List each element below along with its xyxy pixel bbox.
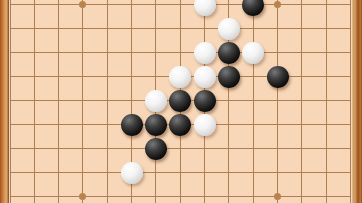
board-cell[interactable] xyxy=(168,89,192,113)
board-cell[interactable] xyxy=(46,161,70,185)
board-cell[interactable] xyxy=(217,0,241,17)
white-stone xyxy=(242,42,264,64)
star-point xyxy=(274,1,281,8)
board-cell[interactable] xyxy=(217,89,241,113)
black-stone xyxy=(267,66,289,88)
board-cell[interactable] xyxy=(314,113,338,137)
black-stone xyxy=(218,42,240,64)
board-cell[interactable] xyxy=(22,17,46,41)
board-cell[interactable] xyxy=(168,41,192,65)
board-cell[interactable] xyxy=(168,137,192,161)
board-cell[interactable] xyxy=(95,0,119,17)
board-cell[interactable] xyxy=(265,185,289,203)
board-cell[interactable] xyxy=(119,17,143,41)
board-cell[interactable] xyxy=(314,89,338,113)
black-stone xyxy=(145,114,167,136)
board-cell[interactable] xyxy=(265,17,289,41)
board-cell[interactable] xyxy=(95,65,119,89)
board-cell[interactable] xyxy=(265,113,289,137)
star-point xyxy=(79,1,86,8)
board-cell[interactable] xyxy=(22,0,46,17)
board-cell[interactable] xyxy=(290,65,314,89)
board-cell[interactable] xyxy=(22,89,46,113)
board-cell[interactable] xyxy=(22,41,46,65)
board-cell[interactable] xyxy=(314,17,338,41)
board-frame-right xyxy=(352,0,362,203)
board-cell[interactable] xyxy=(71,113,95,137)
board-grid xyxy=(0,0,362,203)
board-cell[interactable] xyxy=(217,161,241,185)
board-cell[interactable] xyxy=(95,17,119,41)
board-cell[interactable] xyxy=(119,185,143,203)
board-cell[interactable] xyxy=(46,0,70,17)
board-cell[interactable] xyxy=(144,41,168,65)
board-cell[interactable] xyxy=(265,0,289,17)
board-cell[interactable] xyxy=(71,137,95,161)
board-cell[interactable] xyxy=(71,185,95,203)
board-cell[interactable] xyxy=(217,113,241,137)
board-cell[interactable] xyxy=(144,0,168,17)
board-cell[interactable] xyxy=(119,89,143,113)
board-cell[interactable] xyxy=(22,113,46,137)
board-cell[interactable] xyxy=(95,89,119,113)
board-cell[interactable] xyxy=(71,161,95,185)
board-cell[interactable] xyxy=(314,185,338,203)
black-stone xyxy=(242,0,264,16)
board-cell[interactable] xyxy=(217,65,241,89)
board-cell[interactable] xyxy=(144,89,168,113)
board-cell[interactable] xyxy=(290,185,314,203)
white-stone xyxy=(194,66,216,88)
black-stone xyxy=(218,66,240,88)
board-cell[interactable] xyxy=(168,0,192,17)
board-cell[interactable] xyxy=(46,17,70,41)
board-cell[interactable] xyxy=(314,41,338,65)
board-cell[interactable] xyxy=(241,41,265,65)
board-cell[interactable] xyxy=(241,161,265,185)
board-cell[interactable] xyxy=(290,113,314,137)
board-cell[interactable] xyxy=(71,89,95,113)
board-cell[interactable] xyxy=(46,137,70,161)
white-stone xyxy=(194,0,216,16)
board-cell[interactable] xyxy=(265,161,289,185)
board-cell[interactable] xyxy=(290,161,314,185)
board-cell[interactable] xyxy=(241,65,265,89)
board-cell[interactable] xyxy=(22,185,46,203)
white-stone xyxy=(194,114,216,136)
board-cell[interactable] xyxy=(241,0,265,17)
black-stone xyxy=(169,90,191,112)
board-cell[interactable] xyxy=(192,89,216,113)
board-cell[interactable] xyxy=(241,89,265,113)
board-cell[interactable] xyxy=(314,161,338,185)
board-cell[interactable] xyxy=(95,41,119,65)
board-cell[interactable] xyxy=(168,113,192,137)
black-stone xyxy=(145,138,167,160)
board-cell[interactable] xyxy=(290,41,314,65)
board-cell[interactable] xyxy=(95,137,119,161)
board-cell[interactable] xyxy=(192,0,216,17)
board-cell[interactable] xyxy=(241,185,265,203)
board-cell[interactable] xyxy=(22,161,46,185)
board-cell[interactable] xyxy=(144,161,168,185)
board-cell[interactable] xyxy=(192,161,216,185)
board-cell[interactable] xyxy=(22,137,46,161)
board-cell[interactable] xyxy=(46,89,70,113)
white-stone xyxy=(121,162,143,184)
board-cell[interactable] xyxy=(71,65,95,89)
black-stone xyxy=(194,90,216,112)
board-cell[interactable] xyxy=(217,41,241,65)
board-cell[interactable] xyxy=(168,17,192,41)
board-cell[interactable] xyxy=(192,137,216,161)
board-cell[interactable] xyxy=(46,185,70,203)
board-cell[interactable] xyxy=(192,41,216,65)
black-stone xyxy=(169,114,191,136)
star-point xyxy=(79,193,86,200)
board-cell[interactable] xyxy=(71,0,95,17)
board-cell[interactable] xyxy=(22,65,46,89)
white-stone xyxy=(194,42,216,64)
board-cell[interactable] xyxy=(192,185,216,203)
board-cell[interactable] xyxy=(241,17,265,41)
board-cell[interactable] xyxy=(46,41,70,65)
board-cell[interactable] xyxy=(144,113,168,137)
board-cell[interactable] xyxy=(314,0,338,17)
board-cell[interactable] xyxy=(265,41,289,65)
board-cell[interactable] xyxy=(95,185,119,203)
board-cell[interactable] xyxy=(217,185,241,203)
board-cell[interactable] xyxy=(217,137,241,161)
board-cell[interactable] xyxy=(119,113,143,137)
board-cell[interactable] xyxy=(192,17,216,41)
board-cell[interactable] xyxy=(71,41,95,65)
black-stone xyxy=(121,114,143,136)
board-cell[interactable] xyxy=(265,65,289,89)
board-cell[interactable] xyxy=(119,41,143,65)
board-cell[interactable] xyxy=(290,137,314,161)
board-cell[interactable] xyxy=(192,113,216,137)
board-cell[interactable] xyxy=(265,89,289,113)
board-cell[interactable] xyxy=(241,137,265,161)
board-cell[interactable] xyxy=(265,137,289,161)
board-frame-left xyxy=(0,0,9,203)
star-point xyxy=(274,193,281,200)
board-cell[interactable] xyxy=(144,185,168,203)
board-cell[interactable] xyxy=(95,113,119,137)
board-cell[interactable] xyxy=(314,137,338,161)
board-cell[interactable] xyxy=(119,161,143,185)
board-cell[interactable] xyxy=(46,65,70,89)
gomoku-board xyxy=(0,0,362,203)
board-cell[interactable] xyxy=(95,161,119,185)
board-cell[interactable] xyxy=(314,65,338,89)
board-cell[interactable] xyxy=(144,17,168,41)
board-cell[interactable] xyxy=(192,65,216,89)
white-stone xyxy=(218,18,240,40)
white-stone xyxy=(145,90,167,112)
board-cell[interactable] xyxy=(290,17,314,41)
board-cell[interactable] xyxy=(168,65,192,89)
board-cell[interactable] xyxy=(46,113,70,137)
board-cell[interactable] xyxy=(119,0,143,17)
board-cell[interactable] xyxy=(144,65,168,89)
white-stone xyxy=(169,66,191,88)
board-cell[interactable] xyxy=(119,137,143,161)
board-cell[interactable] xyxy=(71,17,95,41)
board-cell[interactable] xyxy=(168,161,192,185)
board-cell[interactable] xyxy=(217,17,241,41)
board-cell[interactable] xyxy=(290,0,314,17)
board-cell[interactable] xyxy=(241,113,265,137)
board-cell[interactable] xyxy=(290,89,314,113)
board-cell[interactable] xyxy=(119,65,143,89)
board-cell[interactable] xyxy=(168,185,192,203)
board-cell[interactable] xyxy=(144,137,168,161)
